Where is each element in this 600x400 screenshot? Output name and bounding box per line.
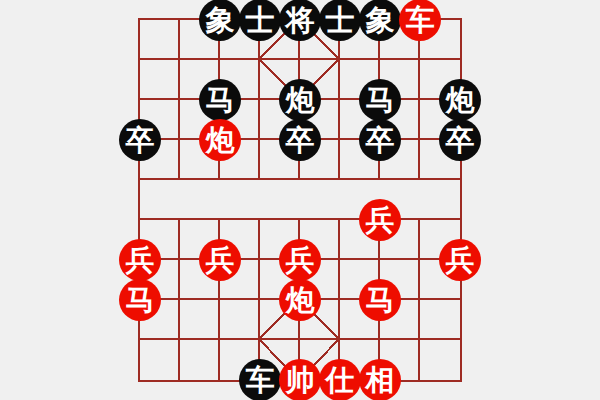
point-marker-bracket: [163, 83, 175, 95]
piece-red-chariot[interactable]: 车: [399, 0, 441, 41]
piece-red-pawn[interactable]: 兵: [199, 239, 241, 281]
piece-red-cannon[interactable]: 炮: [199, 119, 241, 161]
piece-red-pawn[interactable]: 兵: [119, 239, 161, 281]
piece-black-pawn[interactable]: 卒: [359, 119, 401, 161]
piece-black-horse[interactable]: 马: [199, 79, 241, 121]
piece-black-cannon[interactable]: 炮: [439, 79, 481, 121]
point-marker-bracket: [425, 305, 437, 317]
point-marker-bracket: [363, 265, 375, 277]
pieces-layer: 象士将士象车马炮马炮卒炮卒卒卒兵兵兵兵兵马炮马车帅仕相: [140, 20, 460, 380]
point-marker-bracket: [403, 105, 415, 117]
piece-black-horse[interactable]: 马: [359, 79, 401, 121]
point-marker-bracket: [185, 105, 197, 117]
piece-black-general[interactable]: 将: [279, 0, 321, 41]
point-marker-bracket: [163, 283, 175, 295]
point-marker-bracket: [385, 243, 397, 255]
point-marker-bracket: [185, 305, 197, 317]
piece-red-pawn[interactable]: 兵: [439, 239, 481, 281]
point-marker-bracket: [425, 105, 437, 117]
point-marker-bracket: [163, 105, 175, 117]
xiangqi-screenshot: 象士将士象车马炮马炮卒炮卒卒卒兵兵兵兵兵马炮马车帅仕相: [0, 0, 600, 400]
point-marker-bracket: [403, 305, 415, 317]
piece-black-advisor[interactable]: 士: [239, 0, 281, 41]
piece-black-chariot[interactable]: 车: [239, 359, 281, 400]
piece-black-advisor[interactable]: 士: [319, 0, 361, 41]
point-marker-bracket: [403, 83, 415, 95]
point-marker-bracket: [185, 283, 197, 295]
point-marker-bracket: [185, 83, 197, 95]
piece-red-pawn[interactable]: 兵: [359, 199, 401, 241]
point-marker: [403, 83, 437, 117]
piece-black-pawn[interactable]: 卒: [279, 119, 321, 161]
xiangqi-board: 象士将士象车马炮马炮卒炮卒卒卒兵兵兵兵兵马炮马车帅仕相: [138, 18, 462, 382]
point-marker-bracket: [403, 283, 415, 295]
piece-black-pawn[interactable]: 卒: [439, 119, 481, 161]
piece-black-elephant[interactable]: 象: [359, 0, 401, 41]
point-marker-bracket: [363, 243, 375, 255]
piece-red-advisor[interactable]: 仕: [319, 359, 361, 400]
point-marker: [403, 283, 437, 317]
point-marker-bracket: [385, 265, 397, 277]
point-marker-bracket: [425, 283, 437, 295]
piece-black-pawn[interactable]: 卒: [119, 119, 161, 161]
point-marker: [163, 83, 197, 117]
piece-red-pawn[interactable]: 兵: [279, 239, 321, 281]
point-marker: [363, 243, 397, 277]
piece-red-cannon[interactable]: 炮: [279, 279, 321, 321]
piece-red-general[interactable]: 帅: [279, 359, 321, 400]
piece-black-elephant[interactable]: 象: [199, 0, 241, 41]
point-marker-bracket: [425, 83, 437, 95]
piece-black-cannon[interactable]: 炮: [279, 79, 321, 121]
piece-red-horse[interactable]: 马: [119, 279, 161, 321]
point-marker-bracket: [163, 305, 175, 317]
piece-red-horse[interactable]: 马: [359, 279, 401, 321]
piece-red-elephant[interactable]: 相: [359, 359, 401, 400]
point-marker: [163, 283, 197, 317]
